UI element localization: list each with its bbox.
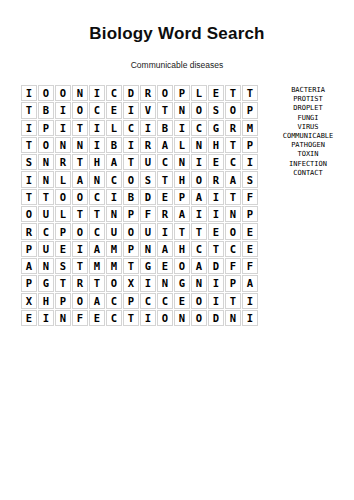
grid-cell: N	[55, 310, 71, 326]
grid-cell: N	[72, 85, 88, 101]
grid-cell: T	[225, 293, 241, 309]
word-list-item: COMMUNICABLE	[264, 132, 352, 141]
grid-cell: C	[89, 223, 105, 239]
grid-cell: O	[191, 293, 207, 309]
grid-cell: N	[55, 137, 71, 153]
grid-cell: N	[38, 154, 54, 170]
grid-cell: C	[225, 241, 241, 257]
grid-cell: T	[21, 137, 37, 153]
grid-cell: E	[106, 102, 122, 118]
grid-cell: P	[21, 241, 37, 257]
grid-cell: T	[157, 171, 173, 187]
grid-cell: C	[106, 310, 122, 326]
grid-cell: T	[123, 154, 139, 170]
grid-cell: T	[225, 189, 241, 205]
grid-cell: O	[157, 310, 173, 326]
grid-cell: C	[157, 154, 173, 170]
grid-cell: L	[55, 171, 71, 187]
grid-cell: C	[225, 154, 241, 170]
grid-cell: T	[21, 189, 37, 205]
grid-cell: A	[157, 241, 173, 257]
grid-cell: D	[140, 189, 156, 205]
grid-cell: A	[157, 137, 173, 153]
grid-cell: N	[106, 206, 122, 222]
grid-cell: N	[140, 241, 156, 257]
grid-cell: A	[225, 171, 241, 187]
grid-cell: X	[123, 275, 139, 291]
grid-cell: I	[89, 120, 105, 136]
grid-cell: P	[55, 293, 71, 309]
grid-cell: P	[242, 102, 258, 118]
grid-cell: I	[123, 102, 139, 118]
grid-cell: I	[123, 137, 139, 153]
grid-cell: B	[157, 120, 173, 136]
grid-cell: O	[72, 293, 88, 309]
grid-cell: R	[55, 154, 71, 170]
grid-cell: N	[38, 171, 54, 187]
grid-cell: I	[174, 120, 190, 136]
grid-cell: G	[174, 275, 190, 291]
grid-cell: T	[242, 85, 258, 101]
grid-cell: C	[140, 293, 156, 309]
grid-cell: T	[225, 137, 241, 153]
grid-cell: O	[72, 223, 88, 239]
grid-cell: R	[140, 137, 156, 153]
grid-cell: U	[140, 154, 156, 170]
grid-cell: X	[21, 293, 37, 309]
grid-cell: P	[123, 206, 139, 222]
grid-cell: N	[225, 206, 241, 222]
grid-cell: S	[140, 171, 156, 187]
grid-cell: A	[21, 258, 37, 274]
grid-cell: O	[38, 137, 54, 153]
grid-cell: T	[123, 310, 139, 326]
grid-cell: T	[72, 154, 88, 170]
grid-cell: T	[225, 85, 241, 101]
grid-cell: I	[89, 85, 105, 101]
grid-cell: R	[225, 120, 241, 136]
grid-cell: P	[123, 241, 139, 257]
word-list-item: TOXIN	[264, 150, 352, 159]
grid-cell: A	[191, 258, 207, 274]
grid-cell: S	[208, 102, 224, 118]
grid-cell: R	[208, 171, 224, 187]
grid-cell: I	[208, 189, 224, 205]
grid-cell: C	[157, 293, 173, 309]
grid-cell: B	[106, 137, 122, 153]
grid-cell: P	[242, 137, 258, 153]
grid-cell: F	[242, 258, 258, 274]
grid-cell: R	[72, 275, 88, 291]
grid-cell: N	[191, 137, 207, 153]
grid-cell: B	[38, 102, 54, 118]
grid-cell: F	[140, 206, 156, 222]
grid-cell: T	[123, 258, 139, 274]
word-list-item: PATHOGEN	[264, 141, 352, 150]
grid-cell: I	[55, 102, 71, 118]
grid-cell: I	[106, 189, 122, 205]
grid-cell: O	[123, 223, 139, 239]
grid-cell: T	[38, 189, 54, 205]
grid-cell: M	[242, 120, 258, 136]
grid-cell: E	[21, 310, 37, 326]
word-list-item: VIRUS	[264, 123, 352, 132]
grid-cell: I	[208, 293, 224, 309]
grid-cell: O	[225, 223, 241, 239]
grid-cell: T	[174, 223, 190, 239]
grid-cell: L	[106, 120, 122, 136]
grid-cell: I	[140, 120, 156, 136]
grid-cell: I	[55, 120, 71, 136]
grid-cell: S	[21, 154, 37, 170]
grid-cell: O	[191, 310, 207, 326]
puzzle-subtitle: Communicable diseases	[0, 60, 354, 70]
grid-cell: I	[89, 137, 105, 153]
grid-cell: E	[208, 154, 224, 170]
grid-cell: T	[157, 102, 173, 118]
grid-cell: T	[72, 120, 88, 136]
grid-cell: P	[38, 120, 54, 136]
grid-cell: P	[174, 85, 190, 101]
grid-cell: A	[191, 189, 207, 205]
grid-cell: C	[106, 171, 122, 187]
grid-cell: I	[208, 275, 224, 291]
grid-cell: O	[123, 171, 139, 187]
grid-cell: O	[72, 189, 88, 205]
grid-cell: P	[225, 275, 241, 291]
grid-cell: I	[38, 310, 54, 326]
grid-cell: N	[157, 275, 173, 291]
grid-cell: I	[72, 241, 88, 257]
grid-cell: O	[174, 258, 190, 274]
grid-cell: T	[72, 258, 88, 274]
grid-cell: H	[174, 241, 190, 257]
grid-cell: S	[242, 171, 258, 187]
word-list: BACTERIAPROTISTDROPLETFUNGIVIRUSCOMMUNIC…	[264, 86, 352, 178]
grid-cell: I	[242, 293, 258, 309]
grid-cell: N	[89, 171, 105, 187]
grid-cell: A	[242, 275, 258, 291]
grid-cell: V	[140, 102, 156, 118]
grid-cell: A	[89, 293, 105, 309]
grid-cell: E	[208, 85, 224, 101]
grid-cell: D	[208, 258, 224, 274]
grid-cell: E	[174, 293, 190, 309]
grid-cell: A	[89, 241, 105, 257]
grid-cell: D	[123, 85, 139, 101]
grid-cell: R	[140, 85, 156, 101]
grid-cell: F	[72, 310, 88, 326]
grid-cell: T	[89, 275, 105, 291]
grid-cell: I	[140, 275, 156, 291]
grid-cell: O	[157, 85, 173, 101]
word-list-item: BACTERIA	[264, 86, 352, 95]
grid-cell: E	[55, 241, 71, 257]
grid-cell: O	[72, 102, 88, 118]
grid-cell: N	[72, 137, 88, 153]
grid-cell: U	[38, 206, 54, 222]
grid-cell: R	[157, 206, 173, 222]
grid-cell: G	[140, 258, 156, 274]
grid-cell: C	[106, 85, 122, 101]
grid-cell: H	[174, 171, 190, 187]
grid-cell: O	[191, 102, 207, 118]
grid-cell: M	[106, 258, 122, 274]
grid-cell: I	[21, 171, 37, 187]
grid-cell: T	[191, 223, 207, 239]
grid-cell: C	[106, 293, 122, 309]
grid-cell: O	[225, 102, 241, 118]
grid-cell: T	[72, 206, 88, 222]
grid-cell: A	[174, 206, 190, 222]
grid-cell: I	[242, 154, 258, 170]
grid-cell: O	[106, 275, 122, 291]
grid-cell: E	[242, 223, 258, 239]
grid-cell: C	[191, 120, 207, 136]
grid-cell: N	[191, 275, 207, 291]
grid-cell: U	[106, 223, 122, 239]
grid-cell: C	[89, 102, 105, 118]
grid-cell: T	[208, 241, 224, 257]
grid-cell: N	[174, 310, 190, 326]
grid-cell: F	[225, 258, 241, 274]
word-list-item: CONTACT	[264, 169, 352, 178]
grid-cell: S	[55, 258, 71, 274]
grid-cell: T	[21, 102, 37, 118]
grid-cell: C	[123, 120, 139, 136]
grid-cell: I	[191, 206, 207, 222]
grid-cell: L	[174, 137, 190, 153]
grid-cell: I	[140, 310, 156, 326]
grid-cell: I	[208, 206, 224, 222]
grid-cell: N	[38, 258, 54, 274]
grid-cell: E	[157, 258, 173, 274]
grid-cell: N	[174, 154, 190, 170]
grid-cell: C	[191, 241, 207, 257]
grid-cell: C	[89, 189, 105, 205]
grid-cell: B	[123, 189, 139, 205]
grid-cell: T	[55, 275, 71, 291]
grid-cell: N	[225, 310, 241, 326]
grid-cell: A	[72, 171, 88, 187]
grid-cell: E	[89, 310, 105, 326]
grid-cell: E	[242, 241, 258, 257]
grid-cell: U	[38, 241, 54, 257]
grid-cell: H	[208, 137, 224, 153]
word-list-item: PROTIST	[264, 95, 352, 104]
grid-cell: U	[140, 223, 156, 239]
page-title: Biology Word Search	[0, 24, 354, 44]
grid-cell: M	[106, 241, 122, 257]
word-search-grid: IOONICDROPLETTTBIOCEIVTNOSOPIPITILCIBICG…	[21, 85, 258, 326]
grid-cell: P	[242, 206, 258, 222]
grid-cell: R	[21, 223, 37, 239]
grid-cell: O	[191, 171, 207, 187]
grid-cell: L	[191, 85, 207, 101]
grid-cell: I	[21, 85, 37, 101]
grid-cell: O	[38, 85, 54, 101]
grid-cell: L	[55, 206, 71, 222]
grid-cell: E	[208, 223, 224, 239]
grid-cell: P	[123, 293, 139, 309]
grid-cell: O	[55, 85, 71, 101]
grid-cell: C	[38, 223, 54, 239]
grid-cell: H	[38, 293, 54, 309]
grid-cell: I	[157, 223, 173, 239]
grid-cell: T	[89, 206, 105, 222]
grid-cell: O	[21, 206, 37, 222]
grid-cell: I	[191, 154, 207, 170]
grid-cell: A	[106, 154, 122, 170]
grid-cell: G	[38, 275, 54, 291]
grid-cell: M	[89, 258, 105, 274]
grid-cell: P	[21, 275, 37, 291]
grid-cell: O	[55, 189, 71, 205]
word-list-item: FUNGI	[264, 114, 352, 123]
grid-cell: I	[21, 120, 37, 136]
grid-cell: G	[208, 120, 224, 136]
grid-cell: N	[174, 102, 190, 118]
grid-cell: P	[174, 189, 190, 205]
word-list-item: INFECTION	[264, 160, 352, 169]
grid-cell: F	[242, 189, 258, 205]
grid-cell: E	[157, 189, 173, 205]
grid-cell: D	[208, 310, 224, 326]
grid-cell: H	[89, 154, 105, 170]
word-list-item: DROPLET	[264, 104, 352, 113]
grid-cell: I	[242, 310, 258, 326]
grid-cell: P	[55, 223, 71, 239]
